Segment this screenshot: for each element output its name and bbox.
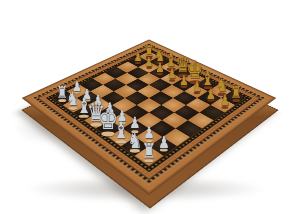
studio-photo-chess-set: { "game": "chess", "position": { "fen": …	[0, 0, 290, 214]
piece-black-pawn-a7[interactable]: ♟	[134, 51, 143, 63]
piece-black-pawn-h7[interactable]: ♟	[220, 94, 230, 108]
piece-white-pawn-h2[interactable]: ♟	[158, 134, 169, 150]
piece-black-rook-h8[interactable]: ♜	[230, 84, 242, 101]
piece-white-bishop-f1[interactable]: ♝	[113, 120, 129, 143]
piece-black-pawn-c7[interactable]: ♟	[156, 62, 165, 75]
piece-white-rook-h1[interactable]: ♜	[142, 141, 156, 162]
piece-black-pawn-g7[interactable]: ♟	[206, 87, 216, 101]
piece-black-pawn-b7[interactable]: ♟	[145, 56, 154, 69]
piece-black-pawn-d7[interactable]: ♟	[168, 67, 177, 80]
piece-white-knight-g1[interactable]: ♞	[127, 131, 142, 152]
pieces-layer: ♜♞♟♝♟♛♟♚♟♝♟♞♟♟♜♟♟♜♟♟♞♟♝♟♛♟♚♟♝♟♞♜	[0, 0, 290, 214]
piece-black-pawn-e7[interactable]: ♟	[180, 74, 189, 87]
piece-black-pawn-f7[interactable]: ♟	[193, 80, 203, 94]
